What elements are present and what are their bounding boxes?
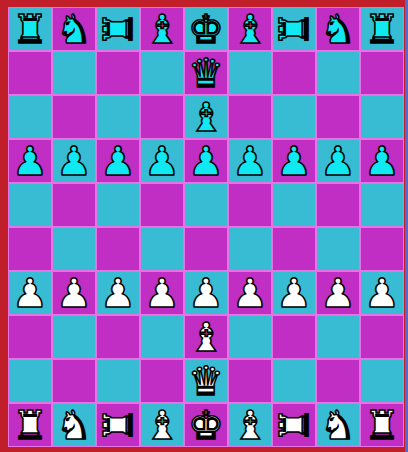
piece-white-pawn: ♟ [320,273,356,313]
square-h3[interactable] [316,315,360,359]
piece-white-king: ♚ [188,405,224,445]
square-b8[interactable] [52,95,96,139]
piece-cyan-queen: ♛ [188,53,224,93]
square-g1[interactable]: ♜ [272,403,316,447]
square-b9[interactable] [52,51,96,95]
square-i2[interactable] [360,359,404,403]
piece-white-bishop: ♝ [144,405,180,445]
square-e8[interactable]: ♝ [184,95,228,139]
piece-cyan-pawn: ♟ [320,141,356,181]
square-a9[interactable] [8,51,52,95]
square-e1[interactable]: ♚ [184,403,228,447]
piece-white-pawn: ♟ [56,273,92,313]
square-a5[interactable] [8,227,52,271]
square-a8[interactable] [8,95,52,139]
square-i10[interactable]: ♜ [360,7,404,51]
piece-cyan-cannon: ♜ [274,11,314,47]
square-e2[interactable]: ♛ [184,359,228,403]
square-a6[interactable] [8,183,52,227]
piece-cyan-cannon: ♜ [98,11,138,47]
square-d4[interactable]: ♟ [140,271,184,315]
square-c4[interactable]: ♟ [96,271,140,315]
square-i7[interactable]: ♟ [360,139,404,183]
square-f2[interactable] [228,359,272,403]
square-e10[interactable]: ♚ [184,7,228,51]
square-d7[interactable]: ♟ [140,139,184,183]
piece-white-knight: ♞ [320,405,356,445]
square-h8[interactable] [316,95,360,139]
square-i6[interactable] [360,183,404,227]
piece-white-queen: ♛ [188,361,224,401]
piece-cyan-pawn: ♟ [276,141,312,181]
square-d1[interactable]: ♝ [140,403,184,447]
square-f5[interactable] [228,227,272,271]
square-a2[interactable] [8,359,52,403]
square-i8[interactable] [360,95,404,139]
square-f3[interactable] [228,315,272,359]
square-c7[interactable]: ♟ [96,139,140,183]
square-g2[interactable] [272,359,316,403]
piece-white-rook: ♜ [12,405,48,445]
square-e5[interactable] [184,227,228,271]
piece-white-pawn: ♟ [188,273,224,313]
piece-cyan-rook: ♜ [364,9,400,49]
piece-cyan-pawn: ♟ [188,141,224,181]
square-c1[interactable]: ♜ [96,403,140,447]
square-g7[interactable]: ♟ [272,139,316,183]
piece-white-bishop: ♝ [188,317,224,357]
square-g3[interactable] [272,315,316,359]
square-a10[interactable]: ♜ [8,7,52,51]
square-e6[interactable] [184,183,228,227]
square-i5[interactable] [360,227,404,271]
square-g8[interactable] [272,95,316,139]
piece-white-cannon: ♜ [98,407,138,443]
square-i1[interactable]: ♜ [360,403,404,447]
square-e3[interactable]: ♝ [184,315,228,359]
square-a1[interactable]: ♜ [8,403,52,447]
piece-cyan-pawn: ♟ [100,141,136,181]
square-c3[interactable] [96,315,140,359]
square-c10[interactable]: ♜ [96,7,140,51]
square-c2[interactable] [96,359,140,403]
square-f6[interactable] [228,183,272,227]
square-h9[interactable] [316,51,360,95]
square-e7[interactable]: ♟ [184,139,228,183]
piece-cyan-pawn: ♟ [232,141,268,181]
square-d3[interactable] [140,315,184,359]
square-f1[interactable]: ♝ [228,403,272,447]
piece-white-rook: ♜ [364,405,400,445]
square-c5[interactable] [96,227,140,271]
piece-cyan-knight: ♞ [56,9,92,49]
square-h10[interactable]: ♞ [316,7,360,51]
piece-cyan-bishop: ♝ [232,9,268,49]
square-i4[interactable]: ♟ [360,271,404,315]
piece-white-pawn: ♟ [144,273,180,313]
square-d6[interactable] [140,183,184,227]
square-h6[interactable] [316,183,360,227]
square-b7[interactable]: ♟ [52,139,96,183]
square-c8[interactable] [96,95,140,139]
square-h5[interactable] [316,227,360,271]
square-h1[interactable]: ♞ [316,403,360,447]
square-h4[interactable]: ♟ [316,271,360,315]
square-f9[interactable] [228,51,272,95]
piece-cyan-pawn: ♟ [364,141,400,181]
square-b5[interactable] [52,227,96,271]
square-f8[interactable] [228,95,272,139]
square-f7[interactable]: ♟ [228,139,272,183]
game-board: ♜♞♜♝♚♝♜♞♜♛♝♟♟♟♟♟♟♟♟♟♟♟♟♟♟♟♟♟♟♝♛♜♞♜♝♚♝♜♞♜ [8,7,404,447]
piece-cyan-knight: ♞ [320,9,356,49]
piece-white-pawn: ♟ [364,273,400,313]
piece-cyan-pawn: ♟ [12,141,48,181]
square-g4[interactable]: ♟ [272,271,316,315]
square-h7[interactable]: ♟ [316,139,360,183]
square-d2[interactable] [140,359,184,403]
piece-cyan-pawn: ♟ [56,141,92,181]
square-d5[interactable] [140,227,184,271]
square-a7[interactable]: ♟ [8,139,52,183]
square-b4[interactable]: ♟ [52,271,96,315]
square-e9[interactable]: ♛ [184,51,228,95]
square-g10[interactable]: ♜ [272,7,316,51]
square-i3[interactable] [360,315,404,359]
square-b2[interactable] [52,359,96,403]
square-d9[interactable] [140,51,184,95]
square-c6[interactable] [96,183,140,227]
piece-white-pawn: ♟ [232,273,268,313]
piece-white-cannon: ♜ [274,407,314,443]
square-i9[interactable] [360,51,404,95]
square-c9[interactable] [96,51,140,95]
piece-cyan-bishop: ♝ [188,97,224,137]
square-e4[interactable]: ♟ [184,271,228,315]
square-f4[interactable]: ♟ [228,271,272,315]
square-d10[interactable]: ♝ [140,7,184,51]
square-b1[interactable]: ♞ [52,403,96,447]
square-b3[interactable] [52,315,96,359]
piece-white-knight: ♞ [56,405,92,445]
square-g9[interactable] [272,51,316,95]
square-b10[interactable]: ♞ [52,7,96,51]
square-g6[interactable] [272,183,316,227]
piece-white-pawn: ♟ [276,273,312,313]
square-f10[interactable]: ♝ [228,7,272,51]
square-d8[interactable] [140,95,184,139]
square-a3[interactable] [8,315,52,359]
piece-cyan-bishop: ♝ [144,9,180,49]
piece-white-pawn: ♟ [100,273,136,313]
square-b6[interactable] [52,183,96,227]
piece-cyan-rook: ♜ [12,9,48,49]
piece-white-pawn: ♟ [12,273,48,313]
square-a4[interactable]: ♟ [8,271,52,315]
square-g5[interactable] [272,227,316,271]
piece-cyan-king: ♚ [188,9,224,49]
piece-cyan-pawn: ♟ [144,141,180,181]
square-h2[interactable] [316,359,360,403]
board-frame: ♜♞♜♝♚♝♜♞♜♛♝♟♟♟♟♟♟♟♟♟♟♟♟♟♟♟♟♟♟♝♛♜♞♜♝♚♝♜♞♜ [0,0,408,452]
piece-white-bishop: ♝ [232,405,268,445]
